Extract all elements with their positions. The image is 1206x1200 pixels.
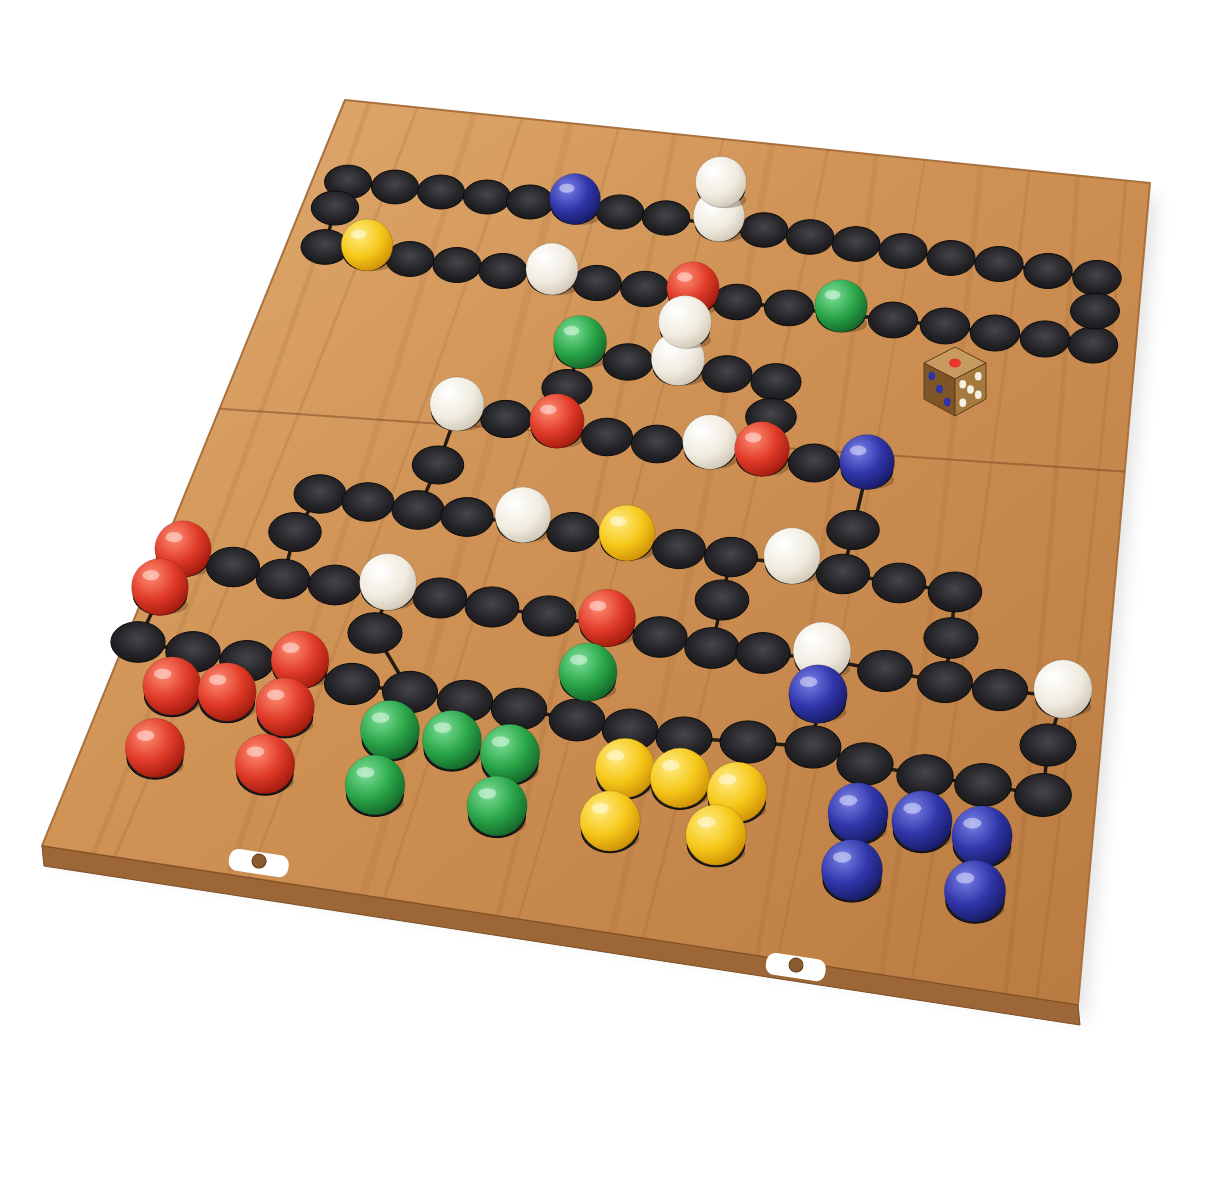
track-hole[interactable] <box>685 628 739 669</box>
track-hole[interactable] <box>413 578 467 618</box>
marble-highlight <box>963 818 981 829</box>
track-hole[interactable] <box>491 688 546 730</box>
track-hole[interactable] <box>547 513 600 552</box>
board-photo-canvas <box>0 0 1206 1200</box>
marble-white[interactable] <box>526 243 578 295</box>
marble-green[interactable] <box>559 643 617 701</box>
marble-highlight <box>154 668 172 679</box>
track-hole[interactable] <box>918 661 973 702</box>
track-hole[interactable] <box>879 234 927 269</box>
marble-highlight <box>774 539 791 549</box>
track-hole[interactable] <box>631 425 682 463</box>
connector-hole[interactable] <box>348 613 402 653</box>
marble-white[interactable] <box>430 377 484 431</box>
track-hole[interactable] <box>633 617 687 658</box>
track-hole[interactable] <box>621 271 670 306</box>
marble-highlight <box>267 689 285 700</box>
marble-red[interactable] <box>735 422 790 477</box>
track-hole[interactable] <box>785 726 841 768</box>
track-hole[interactable] <box>111 622 165 663</box>
die-pip-top <box>949 359 961 368</box>
die-pip-front_left <box>944 398 951 406</box>
marble-highlight <box>589 601 606 611</box>
marble-blue[interactable] <box>892 791 952 851</box>
track-hole[interactable] <box>736 633 790 674</box>
marble-highlight <box>661 760 679 771</box>
track-hole[interactable] <box>928 572 981 612</box>
track-hole[interactable] <box>294 475 346 513</box>
marble-highlight <box>839 795 857 806</box>
connector-hole[interactable] <box>311 191 358 225</box>
track-hole[interactable] <box>441 498 493 537</box>
marble-white[interactable] <box>764 528 820 584</box>
die-pip-front_right <box>959 399 966 407</box>
marble-highlight <box>166 532 183 542</box>
track-hole[interactable] <box>325 663 380 704</box>
marble-highlight <box>247 746 265 757</box>
marble-highlight <box>693 426 709 436</box>
track-hole[interactable] <box>927 241 975 276</box>
die-pip-front_right <box>975 372 982 380</box>
die-pip-front_right <box>959 380 966 388</box>
track-hole[interactable] <box>506 185 553 219</box>
marble-highlight <box>718 774 736 785</box>
marble-green[interactable] <box>467 776 527 836</box>
marble-blue[interactable] <box>952 806 1013 867</box>
marble-highlight <box>506 498 523 508</box>
marble-highlight <box>677 272 693 281</box>
marble-red[interactable] <box>198 663 257 722</box>
track-hole[interactable] <box>256 559 309 599</box>
marble-blue[interactable] <box>944 860 1005 921</box>
marble-highlight <box>282 643 299 653</box>
marble-blue[interactable] <box>839 434 894 489</box>
track-hole[interactable] <box>481 400 532 437</box>
track-hole[interactable] <box>582 418 633 456</box>
marble-highlight <box>697 817 715 828</box>
track-hole[interactable] <box>417 175 464 209</box>
track-hole[interactable] <box>702 356 752 393</box>
marble-green[interactable] <box>360 700 419 759</box>
track-hole[interactable] <box>1068 327 1118 363</box>
track-hole[interactable] <box>1024 253 1072 288</box>
marble-highlight <box>956 873 974 884</box>
connector-hole[interactable] <box>269 513 322 552</box>
track-hole[interactable] <box>970 315 1019 351</box>
track-hole[interactable] <box>642 201 689 235</box>
die-pip-front_left <box>928 372 935 380</box>
track-hole[interactable] <box>596 195 643 229</box>
connector-hole[interactable] <box>1020 724 1076 766</box>
track-hole[interactable] <box>740 213 788 247</box>
marble-green[interactable] <box>553 315 606 368</box>
marble-highlight <box>434 722 452 733</box>
track-hole[interactable] <box>603 344 653 380</box>
marble-red[interactable] <box>530 394 584 448</box>
marble-highlight <box>351 229 367 238</box>
marble-green[interactable] <box>815 280 868 333</box>
track-hole[interactable] <box>955 764 1012 807</box>
connector-hole[interactable] <box>1071 293 1120 329</box>
marble-highlight <box>570 655 587 665</box>
track-hole[interactable] <box>433 248 481 283</box>
marble-highlight <box>804 634 821 644</box>
marble-yellow[interactable] <box>341 219 393 271</box>
track-hole[interactable] <box>392 491 444 530</box>
track-hole[interactable] <box>479 253 527 288</box>
die-pip-front_right <box>967 385 974 393</box>
marble-highlight <box>591 803 609 814</box>
marble-red[interactable] <box>132 559 189 616</box>
marble-highlight <box>440 388 456 398</box>
marble-highlight <box>372 712 390 723</box>
track-hole[interactable] <box>1020 321 1069 357</box>
connector-hole[interactable] <box>412 446 463 484</box>
track-hole[interactable] <box>751 364 801 401</box>
marble-green[interactable] <box>480 724 539 783</box>
track-hole[interactable] <box>308 565 361 605</box>
marble-green[interactable] <box>345 755 405 815</box>
marble-yellow[interactable] <box>580 791 640 851</box>
marble-highlight <box>903 803 921 814</box>
marble-highlight <box>745 433 761 443</box>
marble-blue[interactable] <box>549 173 600 224</box>
marble-highlight <box>825 290 841 299</box>
marble-highlight <box>209 674 227 685</box>
marble-white[interactable] <box>495 487 551 543</box>
marble-yellow[interactable] <box>599 505 655 561</box>
track-hole[interactable] <box>920 308 969 344</box>
marble-white[interactable] <box>1034 660 1092 718</box>
marble-highlight <box>669 306 685 316</box>
marble-highlight <box>536 253 552 262</box>
marble-highlight <box>370 565 387 575</box>
track-hole[interactable] <box>372 170 419 204</box>
track-hole[interactable] <box>1073 260 1121 295</box>
marble-red[interactable] <box>256 678 315 737</box>
marble-blue[interactable] <box>821 839 882 900</box>
marble-white[interactable] <box>360 554 417 611</box>
marble-red[interactable] <box>578 589 635 646</box>
marble-highlight <box>800 676 818 687</box>
track-hole[interactable] <box>765 290 814 326</box>
track-hole[interactable] <box>816 554 869 594</box>
track-hole[interactable] <box>522 596 576 636</box>
track-hole[interactable] <box>972 669 1027 710</box>
marble-highlight <box>492 736 510 747</box>
marble-highlight <box>850 445 867 455</box>
track-hole[interactable] <box>868 302 917 338</box>
track-hole[interactable] <box>872 563 925 603</box>
marble-highlight <box>607 750 625 761</box>
marble-highlight <box>559 184 574 193</box>
track-hole[interactable] <box>1015 774 1072 817</box>
marble-yellow[interactable] <box>650 748 710 808</box>
track-hole[interactable] <box>786 220 834 255</box>
marble-highlight <box>478 788 496 799</box>
marble-highlight <box>137 730 155 741</box>
track-hole[interactable] <box>720 721 776 763</box>
track-hole[interactable] <box>463 180 510 214</box>
marble-white[interactable] <box>696 157 747 208</box>
marble-highlight <box>1045 671 1063 682</box>
marble-highlight <box>356 767 374 778</box>
track-hole[interactable] <box>858 650 913 691</box>
marble-highlight <box>563 326 579 336</box>
track-hole[interactable] <box>705 537 758 576</box>
track-hole[interactable] <box>465 587 519 627</box>
connector-hole[interactable] <box>695 580 749 620</box>
track-hole[interactable] <box>713 284 762 320</box>
track-hole[interactable] <box>832 227 880 262</box>
track-hole[interactable] <box>573 265 622 300</box>
die-pip-front_right <box>975 391 982 399</box>
connector-hole[interactable] <box>924 618 978 659</box>
marble-red[interactable] <box>235 734 295 794</box>
marble-white[interactable] <box>683 415 738 470</box>
marble-yellow[interactable] <box>686 805 747 866</box>
marble-blue[interactable] <box>789 665 848 724</box>
track-hole[interactable] <box>549 699 605 741</box>
marble-red[interactable] <box>125 718 184 777</box>
marble-highlight <box>833 852 851 863</box>
track-hole[interactable] <box>653 529 706 568</box>
marble-blue[interactable] <box>828 783 888 843</box>
track-hole[interactable] <box>342 483 394 522</box>
marble-highlight <box>540 405 556 415</box>
marble-green[interactable] <box>422 710 481 769</box>
marble-highlight <box>705 167 720 176</box>
marble-yellow[interactable] <box>595 738 655 798</box>
marble-highlight <box>610 516 627 526</box>
marble-highlight <box>142 570 159 580</box>
barricade-board-scene <box>0 0 1206 1200</box>
track-hole[interactable] <box>975 247 1023 282</box>
track-hole[interactable] <box>206 547 259 587</box>
die-pip-front_left <box>936 385 943 393</box>
track-hole[interactable] <box>837 743 893 785</box>
marble-white[interactable] <box>659 296 712 349</box>
connector-hole[interactable] <box>827 511 879 550</box>
marble-red[interactable] <box>143 657 201 715</box>
track-hole[interactable] <box>788 444 839 482</box>
